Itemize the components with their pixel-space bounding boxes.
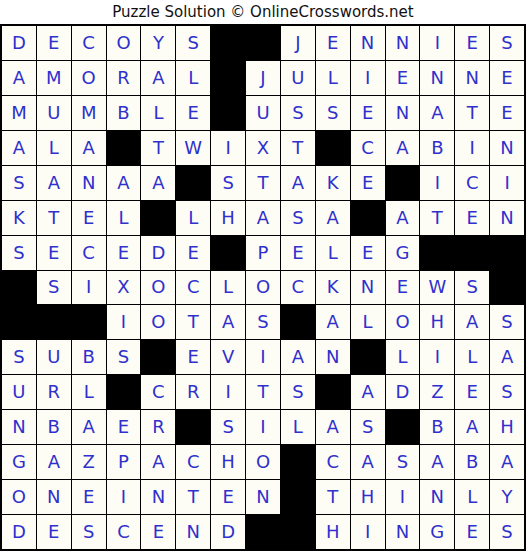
letter-cell[interactable]: S [2,236,36,270]
letter-cell[interactable]: T [281,131,315,165]
letter-cell[interactable]: A [490,445,524,479]
letter-cell[interactable]: A [141,445,175,479]
letter-cell[interactable]: S [351,410,385,444]
black-cell [176,166,210,200]
letter-cell[interactable]: O [246,271,280,305]
letter-cell[interactable]: S [176,26,210,60]
letter-cell[interactable]: I [351,515,385,549]
letter-cell[interactable]: S [281,375,315,409]
black-cell [316,131,350,165]
letter-cell[interactable]: E [490,61,524,95]
letter-cell[interactable]: Z [420,375,454,409]
letter-cell[interactable]: S [281,201,315,235]
letter-cell[interactable]: L [211,271,245,305]
letter-cell[interactable]: C [72,236,106,270]
letter-cell[interactable]: L [107,201,141,235]
black-cell [386,166,420,200]
letter-cell[interactable]: N [72,166,106,200]
letter-cell[interactable]: Y [141,26,175,60]
letter-cell[interactable]: E [386,271,420,305]
letter-cell[interactable]: L [386,340,420,374]
puzzle-solution-page: Puzzle Solution © OnlineCrosswords.net D… [0,0,526,551]
letter-cell[interactable]: G [420,515,454,549]
letter-cell[interactable]: S [490,515,524,549]
letter-cell[interactable]: L [72,375,106,409]
black-cell [2,271,36,305]
letter-cell[interactable]: E [455,26,489,60]
letter-cell[interactable]: L [455,340,489,374]
letter-cell[interactable]: E [37,26,71,60]
letter-cell[interactable]: A [455,305,489,339]
letter-cell[interactable]: N [490,131,524,165]
letter-cell[interactable]: P [107,445,141,479]
black-cell [281,480,315,514]
letter-cell[interactable]: E [176,96,210,130]
letter-cell[interactable]: T [455,96,489,130]
letter-cell[interactable]: O [141,271,175,305]
letter-cell[interactable]: N [420,61,454,95]
letter-cell[interactable]: T [37,201,71,235]
black-cell [141,340,175,374]
letter-cell[interactable]: N [490,201,524,235]
black-cell [176,410,210,444]
letter-cell[interactable]: S [2,340,36,374]
letter-cell[interactable]: B [455,445,489,479]
letter-cell[interactable]: S [37,271,71,305]
letter-cell[interactable]: I [72,271,106,305]
black-cell [316,375,350,409]
letter-cell[interactable]: S [490,305,524,339]
letter-cell[interactable]: I [490,166,524,200]
letter-cell[interactable]: K [316,271,350,305]
letter-cell[interactable]: A [246,201,280,235]
letter-cell[interactable]: U [37,96,71,130]
letter-cell[interactable]: T [246,375,280,409]
crossword-grid: DECOYSJENNIESAMORALJULIENNEMUMBLEUSSENAT… [0,24,526,551]
black-cell [211,236,245,270]
letter-cell[interactable]: R [37,375,71,409]
letter-cell[interactable]: U [2,375,36,409]
letter-cell[interactable]: E [107,236,141,270]
letter-cell[interactable]: H [420,305,454,339]
letter-cell[interactable]: B [37,410,71,444]
letter-cell[interactable]: I [246,340,280,374]
letter-cell[interactable]: L [37,131,71,165]
black-cell [246,26,280,60]
letter-cell[interactable]: T [420,201,454,235]
letter-cell[interactable]: E [72,480,106,514]
black-cell [211,26,245,60]
black-cell [72,305,106,339]
letter-cell[interactable]: E [141,515,175,549]
letter-cell[interactable]: L [141,96,175,130]
letter-cell[interactable]: A [2,131,36,165]
letter-cell[interactable]: E [72,201,106,235]
letter-cell[interactable]: S [211,410,245,444]
black-cell [211,61,245,95]
letter-cell[interactable]: E [455,201,489,235]
letter-cell[interactable]: C [72,26,106,60]
letter-cell[interactable]: T [246,166,280,200]
letter-cell[interactable]: L [351,305,385,339]
letter-cell[interactable]: Y [490,480,524,514]
letter-cell[interactable]: C [316,445,350,479]
black-cell [490,271,524,305]
letter-cell[interactable]: U [37,340,71,374]
letter-cell[interactable]: G [386,236,420,270]
letter-cell[interactable]: W [420,271,454,305]
letter-cell[interactable]: A [211,305,245,339]
letter-cell[interactable]: A [37,166,71,200]
letter-cell[interactable]: A [420,445,454,479]
letter-cell[interactable]: A [351,375,385,409]
letter-cell[interactable]: O [386,305,420,339]
letter-cell[interactable]: N [386,515,420,549]
letter-cell[interactable]: I [455,131,489,165]
letter-cell[interactable]: E [316,26,350,60]
letter-cell[interactable]: R [176,375,210,409]
letter-cell[interactable]: Z [72,445,106,479]
page-title: Puzzle Solution © OnlineCrosswords.net [0,0,526,24]
letter-cell[interactable]: C [455,166,489,200]
letter-cell[interactable]: S [2,166,36,200]
letter-cell[interactable]: E [176,340,210,374]
letter-cell[interactable]: A [386,131,420,165]
letter-cell[interactable]: A [490,340,524,374]
letter-cell[interactable]: N [141,480,175,514]
black-cell [211,96,245,130]
letter-cell[interactable]: S [316,96,350,130]
letter-cell[interactable]: D [2,515,36,549]
letter-cell[interactable]: E [37,236,71,270]
letter-cell[interactable]: T [176,480,210,514]
letter-cell[interactable]: O [72,61,106,95]
letter-cell[interactable]: S [211,166,245,200]
letter-cell[interactable]: N [386,26,420,60]
letter-cell[interactable]: A [107,166,141,200]
letter-cell[interactable]: I [211,131,245,165]
letter-cell[interactable]: A [455,410,489,444]
letter-cell[interactable]: C [107,515,141,549]
letter-cell[interactable]: S [281,96,315,130]
black-cell [2,305,36,339]
letter-cell[interactable]: E [386,61,420,95]
letter-cell[interactable]: U [246,96,280,130]
letter-cell[interactable]: N [316,340,350,374]
letter-cell[interactable]: L [176,61,210,95]
letter-cell[interactable]: A [141,61,175,95]
letter-cell[interactable]: N [386,96,420,130]
letter-cell[interactable]: D [211,515,245,549]
letter-cell[interactable]: B [72,340,106,374]
letter-cell[interactable]: M [37,61,71,95]
black-cell [246,515,280,549]
letter-cell[interactable]: A [72,410,106,444]
letter-cell[interactable]: A [420,96,454,130]
letter-cell[interactable]: I [107,305,141,339]
letter-cell[interactable]: L [316,61,350,95]
letter-cell[interactable]: E [490,96,524,130]
letter-cell[interactable]: C [281,271,315,305]
letter-cell[interactable]: H [316,515,350,549]
letter-cell[interactable]: T [141,131,175,165]
black-cell [37,305,71,339]
letter-cell[interactable]: E [281,236,315,270]
letter-cell[interactable]: N [351,26,385,60]
letter-cell[interactable]: A [72,131,106,165]
letter-cell[interactable]: H [351,480,385,514]
letter-cell[interactable]: H [490,410,524,444]
letter-cell[interactable]: B [420,410,454,444]
letter-cell[interactable]: E [351,166,385,200]
letter-cell[interactable]: L [455,480,489,514]
letter-cell[interactable]: O [141,305,175,339]
letter-cell[interactable]: E [351,236,385,270]
letter-cell[interactable]: I [107,480,141,514]
letter-cell[interactable]: D [2,26,36,60]
black-cell [490,236,524,270]
letter-cell[interactable]: K [2,201,36,235]
letter-cell[interactable]: A [351,445,385,479]
letter-cell[interactable]: I [420,166,454,200]
letter-cell[interactable]: O [2,480,36,514]
letter-cell[interactable]: G [2,445,36,479]
letter-cell[interactable]: N [2,410,36,444]
letter-cell[interactable]: N [246,480,280,514]
letter-cell[interactable]: I [386,480,420,514]
letter-cell[interactable]: S [107,340,141,374]
letter-cell[interactable]: A [37,445,71,479]
black-cell [107,131,141,165]
letter-cell[interactable]: R [141,410,175,444]
letter-cell[interactable]: E [455,515,489,549]
letter-cell[interactable]: E [211,480,245,514]
letter-cell[interactable]: M [72,96,106,130]
black-cell [351,201,385,235]
black-cell [455,236,489,270]
letter-cell[interactable]: S [386,445,420,479]
letter-cell[interactable]: N [176,515,210,549]
letter-cell[interactable]: I [351,61,385,95]
letter-cell[interactable]: O [246,445,280,479]
letter-cell[interactable]: I [211,375,245,409]
black-cell [351,340,385,374]
letter-cell[interactable]: J [281,26,315,60]
letter-cell[interactable]: C [176,445,210,479]
letter-cell[interactable]: X [246,131,280,165]
letter-cell[interactable]: N [351,271,385,305]
black-cell [281,445,315,479]
letter-cell[interactable]: E [37,515,71,549]
letter-cell[interactable]: A [281,166,315,200]
letter-cell[interactable]: V [211,340,245,374]
letter-cell[interactable]: M [2,96,36,130]
letter-cell[interactable]: L [176,201,210,235]
letter-cell[interactable]: L [281,410,315,444]
black-cell [141,201,175,235]
letter-cell[interactable]: T [176,305,210,339]
letter-cell[interactable]: I [246,410,280,444]
letter-cell[interactable]: N [420,480,454,514]
letter-cell[interactable]: L [316,236,350,270]
letter-cell[interactable]: N [37,480,71,514]
letter-cell[interactable]: S [490,375,524,409]
letter-cell[interactable]: E [107,410,141,444]
letter-cell[interactable]: T [316,480,350,514]
letter-cell[interactable]: I [420,340,454,374]
letter-cell[interactable]: U [281,61,315,95]
letter-cell[interactable]: B [420,131,454,165]
letter-cell[interactable]: C [351,131,385,165]
letter-cell[interactable]: I [420,26,454,60]
letter-cell[interactable]: H [211,201,245,235]
letter-cell[interactable]: S [455,271,489,305]
letter-cell[interactable]: W [176,131,210,165]
letter-cell[interactable]: K [316,166,350,200]
black-cell [386,410,420,444]
letter-cell[interactable]: A [281,340,315,374]
letter-cell[interactable]: E [455,375,489,409]
letter-cell[interactable]: S [490,26,524,60]
letter-cell[interactable]: R [107,61,141,95]
letter-cell[interactable]: E [176,236,210,270]
letter-cell[interactable]: H [211,445,245,479]
letter-cell[interactable]: B [107,96,141,130]
letter-cell[interactable]: C [141,375,175,409]
letter-cell[interactable]: O [107,26,141,60]
letter-cell[interactable]: E [351,96,385,130]
letter-cell[interactable]: C [176,271,210,305]
letter-cell[interactable]: A [386,201,420,235]
letter-cell[interactable]: J [246,61,280,95]
letter-cell[interactable]: N [455,61,489,95]
black-cell [281,515,315,549]
letter-cell[interactable]: D [141,236,175,270]
black-cell [107,375,141,409]
letter-cell[interactable]: X [107,271,141,305]
black-cell [281,305,315,339]
letter-cell[interactable]: S [246,305,280,339]
letter-cell[interactable]: A [316,305,350,339]
letter-cell[interactable]: A [316,410,350,444]
letter-cell[interactable]: A [2,61,36,95]
letter-cell[interactable]: S [72,515,106,549]
letter-cell[interactable]: D [386,375,420,409]
letter-cell[interactable]: A [141,166,175,200]
black-cell [420,236,454,270]
letter-cell[interactable]: A [316,201,350,235]
letter-cell[interactable]: P [246,236,280,270]
